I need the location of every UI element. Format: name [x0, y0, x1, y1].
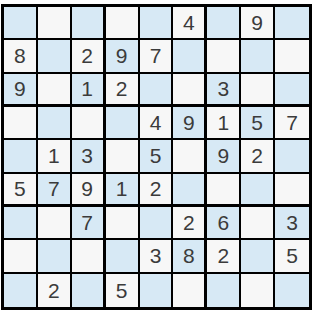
cell-r2c9[interactable]: [275, 40, 309, 73]
cell-r7c1[interactable]: [4, 207, 38, 240]
cell-r7c5[interactable]: [140, 207, 174, 240]
cell-r7c7[interactable]: 6: [207, 207, 241, 240]
cell-r1c8[interactable]: 9: [241, 7, 275, 40]
cell-r8c4[interactable]: [106, 240, 140, 273]
cell-r9c4[interactable]: 5: [106, 274, 140, 307]
cell-r7c9[interactable]: 3: [275, 207, 309, 240]
cell-r6c7[interactable]: [207, 174, 241, 207]
cell-r6c5[interactable]: 2: [140, 174, 174, 207]
cell-r5c8[interactable]: 2: [241, 140, 275, 173]
cell-r4c1[interactable]: [4, 107, 38, 140]
sudoku-board: 49829791234915713592579127263382525: [1, 4, 312, 310]
cell-r3c5[interactable]: [140, 74, 174, 107]
cell-r6c3[interactable]: 9: [72, 174, 106, 207]
cell-r9c1[interactable]: [4, 274, 38, 307]
cell-r1c3[interactable]: [72, 7, 106, 40]
cell-r4c2[interactable]: [38, 107, 72, 140]
cell-r1c1[interactable]: [4, 7, 38, 40]
cell-r3c2[interactable]: [38, 74, 72, 107]
cell-r9c7[interactable]: [207, 274, 241, 307]
cell-r3c3[interactable]: 1: [72, 74, 106, 107]
cell-r7c3[interactable]: 7: [72, 207, 106, 240]
cell-r8c9[interactable]: 5: [275, 240, 309, 273]
cell-r8c2[interactable]: [38, 240, 72, 273]
cell-r3c9[interactable]: [275, 74, 309, 107]
cell-r2c1[interactable]: 8: [4, 40, 38, 73]
cell-r6c8[interactable]: [241, 174, 275, 207]
cell-r8c5[interactable]: 3: [140, 240, 174, 273]
cell-r4c9[interactable]: 7: [275, 107, 309, 140]
cell-r4c5[interactable]: 4: [140, 107, 174, 140]
cell-r2c6[interactable]: [173, 40, 207, 73]
cell-r6c4[interactable]: 1: [106, 174, 140, 207]
cell-r7c6[interactable]: 2: [173, 207, 207, 240]
cell-r5c4[interactable]: [106, 140, 140, 173]
cell-r4c8[interactable]: 5: [241, 107, 275, 140]
cell-r5c5[interactable]: 5: [140, 140, 174, 173]
cell-r4c7[interactable]: 1: [207, 107, 241, 140]
cell-r7c4[interactable]: [106, 207, 140, 240]
cell-r9c3[interactable]: [72, 274, 106, 307]
cell-r5c1[interactable]: [4, 140, 38, 173]
cell-r5c7[interactable]: 9: [207, 140, 241, 173]
cell-r8c1[interactable]: [4, 240, 38, 273]
cell-r7c2[interactable]: [38, 207, 72, 240]
cell-r9c8[interactable]: [241, 274, 275, 307]
cell-r8c7[interactable]: 2: [207, 240, 241, 273]
cell-r2c4[interactable]: 9: [106, 40, 140, 73]
cell-r3c4[interactable]: 2: [106, 74, 140, 107]
cell-r9c2[interactable]: 2: [38, 274, 72, 307]
cell-r7c8[interactable]: [241, 207, 275, 240]
cell-r2c2[interactable]: [38, 40, 72, 73]
cell-r1c9[interactable]: [275, 7, 309, 40]
cell-r5c6[interactable]: [173, 140, 207, 173]
cell-r1c6[interactable]: 4: [173, 7, 207, 40]
cell-r3c8[interactable]: [241, 74, 275, 107]
cell-r5c3[interactable]: 3: [72, 140, 106, 173]
cell-r1c5[interactable]: [140, 7, 174, 40]
cell-r9c9[interactable]: [275, 274, 309, 307]
cell-r1c2[interactable]: [38, 7, 72, 40]
cell-r6c9[interactable]: [275, 174, 309, 207]
cell-r4c3[interactable]: [72, 107, 106, 140]
cell-r5c9[interactable]: [275, 140, 309, 173]
cell-r6c6[interactable]: [173, 174, 207, 207]
cell-r5c2[interactable]: 1: [38, 140, 72, 173]
cell-r9c6[interactable]: [173, 274, 207, 307]
cell-r3c1[interactable]: 9: [4, 74, 38, 107]
cell-r8c6[interactable]: 8: [173, 240, 207, 273]
cell-r8c3[interactable]: [72, 240, 106, 273]
cell-r6c2[interactable]: 7: [38, 174, 72, 207]
cell-r4c4[interactable]: [106, 107, 140, 140]
cell-r3c7[interactable]: 3: [207, 74, 241, 107]
cell-r2c8[interactable]: [241, 40, 275, 73]
cell-r6c1[interactable]: 5: [4, 174, 38, 207]
cell-r9c5[interactable]: [140, 274, 174, 307]
cell-r2c7[interactable]: [207, 40, 241, 73]
cell-r4c6[interactable]: 9: [173, 107, 207, 140]
cell-r2c5[interactable]: 7: [140, 40, 174, 73]
cell-r2c3[interactable]: 2: [72, 40, 106, 73]
sudoku-page: 49829791234915713592579127263382525: [0, 0, 313, 310]
cell-r3c6[interactable]: [173, 74, 207, 107]
cell-r1c4[interactable]: [106, 7, 140, 40]
cell-r8c8[interactable]: [241, 240, 275, 273]
cell-r1c7[interactable]: [207, 7, 241, 40]
